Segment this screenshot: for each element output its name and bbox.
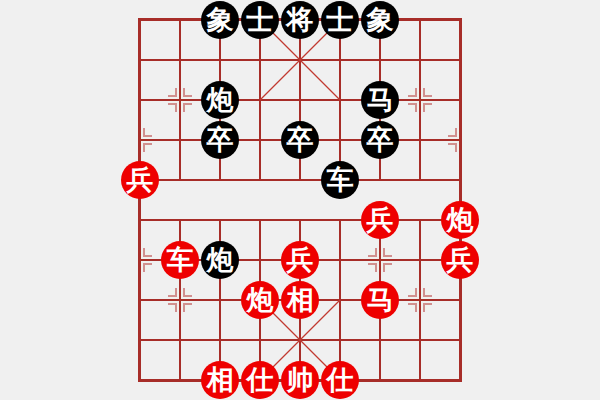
point-c1-r7 [160, 280, 200, 320]
point-c4-r4 [280, 160, 320, 200]
piece-black-pawn[interactable]: 卒 [361, 121, 399, 159]
point-c8-r3 [440, 120, 480, 160]
piece-red-cannon[interactable]: 炮 [241, 281, 279, 319]
point-c1-r2 [160, 80, 200, 120]
point-c8-r4 [440, 160, 480, 200]
point-c2-r0: 象 [200, 0, 240, 40]
point-c6-r5: 兵 [360, 200, 400, 240]
point-c1-r4 [160, 160, 200, 200]
board: 象士将士象炮马卒卒卒兵车兵炮车炮兵兵炮相马相仕帅仕 [120, 0, 480, 400]
piece-black-cannon[interactable]: 炮 [201, 81, 239, 119]
piece-red-pawn[interactable]: 兵 [441, 241, 479, 279]
point-c7-r1 [400, 40, 440, 80]
point-c3-r6 [240, 240, 280, 280]
point-c2-r4 [200, 160, 240, 200]
piece-red-chariot[interactable]: 车 [161, 241, 199, 279]
point-c8-r2 [440, 80, 480, 120]
point-c0-r2 [120, 80, 160, 120]
piece-red-elephant[interactable]: 相 [201, 361, 239, 399]
point-c6-r2: 马 [360, 80, 400, 120]
point-c7-r3 [400, 120, 440, 160]
point-c7-r4 [400, 160, 440, 200]
point-c3-r1 [240, 40, 280, 80]
point-c4-r9: 帅 [280, 360, 320, 400]
piece-red-advisor[interactable]: 仕 [241, 361, 279, 399]
point-c0-r7 [120, 280, 160, 320]
point-c0-r3 [120, 120, 160, 160]
point-c8-r6: 兵 [440, 240, 480, 280]
piece-black-horse[interactable]: 马 [361, 81, 399, 119]
point-c3-r7: 炮 [240, 280, 280, 320]
piece-black-advisor[interactable]: 士 [321, 1, 359, 39]
point-c3-r9: 仕 [240, 360, 280, 400]
point-c7-r2 [400, 80, 440, 120]
point-c8-r0 [440, 0, 480, 40]
piece-black-elephant[interactable]: 象 [201, 1, 239, 39]
point-c4-r7: 相 [280, 280, 320, 320]
piece-black-pawn[interactable]: 卒 [281, 121, 319, 159]
point-c6-r0: 象 [360, 0, 400, 40]
point-c4-r2 [280, 80, 320, 120]
point-c1-r8 [160, 320, 200, 360]
point-c3-r8 [240, 320, 280, 360]
point-c4-r5 [280, 200, 320, 240]
point-c6-r7: 马 [360, 280, 400, 320]
point-c7-r5 [400, 200, 440, 240]
point-c0-r8 [120, 320, 160, 360]
point-c8-r5: 炮 [440, 200, 480, 240]
point-c6-r8 [360, 320, 400, 360]
point-c6-r9 [360, 360, 400, 400]
piece-red-pawn[interactable]: 兵 [121, 161, 159, 199]
point-c2-r2: 炮 [200, 80, 240, 120]
point-c6-r3: 卒 [360, 120, 400, 160]
piece-red-cannon[interactable]: 炮 [441, 201, 479, 239]
point-c6-r4 [360, 160, 400, 200]
point-c8-r7 [440, 280, 480, 320]
point-c0-r0 [120, 0, 160, 40]
point-c3-r2 [240, 80, 280, 120]
piece-red-horse[interactable]: 马 [361, 281, 399, 319]
point-c2-r7 [200, 280, 240, 320]
piece-black-advisor[interactable]: 士 [241, 1, 279, 39]
point-c5-r9: 仕 [320, 360, 360, 400]
point-c1-r1 [160, 40, 200, 80]
point-c4-r8 [280, 320, 320, 360]
point-c5-r1 [320, 40, 360, 80]
point-c2-r5 [200, 200, 240, 240]
point-c4-r0: 将 [280, 0, 320, 40]
point-c7-r7 [400, 280, 440, 320]
point-c1-r5 [160, 200, 200, 240]
piece-red-elephant[interactable]: 相 [281, 281, 319, 319]
point-c3-r0: 士 [240, 0, 280, 40]
point-c5-r3 [320, 120, 360, 160]
point-c3-r4 [240, 160, 280, 200]
point-c7-r9 [400, 360, 440, 400]
point-c4-r6: 兵 [280, 240, 320, 280]
point-c7-r8 [400, 320, 440, 360]
point-c0-r6 [120, 240, 160, 280]
point-c0-r9 [120, 360, 160, 400]
piece-black-pawn[interactable]: 卒 [201, 121, 239, 159]
point-c5-r0: 士 [320, 0, 360, 40]
point-c7-r0 [400, 0, 440, 40]
xiangqi-board-screenshot: 象士将士象炮马卒卒卒兵车兵炮车炮兵兵炮相马相仕帅仕 [0, 0, 600, 400]
piece-red-advisor[interactable]: 仕 [321, 361, 359, 399]
point-c0-r1 [120, 40, 160, 80]
point-c2-r9: 相 [200, 360, 240, 400]
point-c6-r6 [360, 240, 400, 280]
piece-black-cannon[interactable]: 炮 [201, 241, 239, 279]
point-c1-r6: 车 [160, 240, 200, 280]
point-c1-r9 [160, 360, 200, 400]
point-c5-r2 [320, 80, 360, 120]
piece-black-general[interactable]: 将 [281, 1, 319, 39]
point-c5-r6 [320, 240, 360, 280]
point-c6-r1 [360, 40, 400, 80]
point-c8-r8 [440, 320, 480, 360]
point-c4-r1 [280, 40, 320, 80]
point-c8-r1 [440, 40, 480, 80]
piece-black-chariot[interactable]: 车 [321, 161, 359, 199]
point-c5-r4: 车 [320, 160, 360, 200]
point-c2-r6: 炮 [200, 240, 240, 280]
point-c5-r8 [320, 320, 360, 360]
piece-red-general[interactable]: 帅 [281, 361, 319, 399]
piece-red-pawn[interactable]: 兵 [281, 241, 319, 279]
point-c2-r1 [200, 40, 240, 80]
point-c2-r8 [200, 320, 240, 360]
point-c3-r5 [240, 200, 280, 240]
point-c0-r5 [120, 200, 160, 240]
point-c0-r4: 兵 [120, 160, 160, 200]
point-c5-r7 [320, 280, 360, 320]
point-c3-r3 [240, 120, 280, 160]
piece-red-pawn[interactable]: 兵 [361, 201, 399, 239]
point-c2-r3: 卒 [200, 120, 240, 160]
point-c4-r3: 卒 [280, 120, 320, 160]
point-c8-r9 [440, 360, 480, 400]
point-c1-r3 [160, 120, 200, 160]
point-c5-r5 [320, 200, 360, 240]
point-c7-r6 [400, 240, 440, 280]
point-c1-r0 [160, 0, 200, 40]
piece-black-elephant[interactable]: 象 [361, 1, 399, 39]
